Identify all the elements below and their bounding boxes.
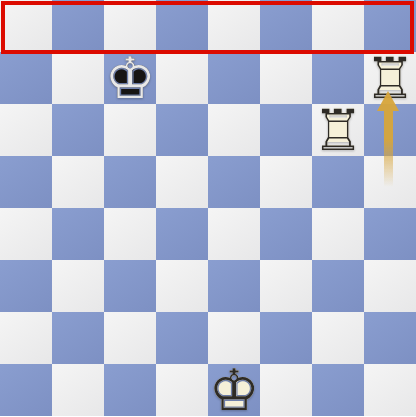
square-a5[interactable]	[0, 156, 52, 208]
square-f1[interactable]	[260, 364, 312, 416]
square-g4[interactable]	[312, 208, 364, 260]
square-b4[interactable]	[52, 208, 104, 260]
square-d4[interactable]	[156, 208, 208, 260]
square-d5[interactable]	[156, 156, 208, 208]
square-c3[interactable]	[104, 260, 156, 312]
white-king[interactable]: ♚♔	[208, 364, 260, 416]
square-f3[interactable]	[260, 260, 312, 312]
square-b3[interactable]	[52, 260, 104, 312]
square-f4[interactable]	[260, 208, 312, 260]
arrow-head-icon	[377, 91, 399, 111]
square-d6[interactable]	[156, 104, 208, 156]
square-b6[interactable]	[52, 104, 104, 156]
square-f6[interactable]	[260, 104, 312, 156]
square-f2[interactable]	[260, 312, 312, 364]
square-a6[interactable]	[0, 104, 52, 156]
square-c1[interactable]	[104, 364, 156, 416]
square-e4[interactable]	[208, 208, 260, 260]
rank-8-highlight-box	[1, 1, 414, 54]
chess-app: ♚♔♜♖♜♖♚♔	[0, 0, 416, 417]
square-h4[interactable]	[364, 208, 416, 260]
square-h1[interactable]	[364, 364, 416, 416]
square-g5[interactable]	[312, 156, 364, 208]
square-a4[interactable]	[0, 208, 52, 260]
square-b7[interactable]	[52, 52, 104, 104]
square-e7[interactable]	[208, 52, 260, 104]
square-h2[interactable]	[364, 312, 416, 364]
square-g2[interactable]	[312, 312, 364, 364]
square-c2[interactable]	[104, 312, 156, 364]
square-d7[interactable]	[156, 52, 208, 104]
square-a3[interactable]	[0, 260, 52, 312]
square-b2[interactable]	[52, 312, 104, 364]
square-c4[interactable]	[104, 208, 156, 260]
black-king-outline-icon: ♔	[104, 52, 156, 104]
square-e1[interactable]: ♚♔	[208, 364, 260, 416]
square-f7[interactable]	[260, 52, 312, 104]
white-rook-outline-icon: ♖	[312, 104, 364, 156]
chess-board: ♚♔♜♖♜♖♚♔	[0, 0, 416, 416]
square-d2[interactable]	[156, 312, 208, 364]
square-e6[interactable]	[208, 104, 260, 156]
square-h3[interactable]	[364, 260, 416, 312]
square-c5[interactable]	[104, 156, 156, 208]
black-king[interactable]: ♚♔	[104, 52, 156, 104]
square-a1[interactable]	[0, 364, 52, 416]
square-c6[interactable]	[104, 104, 156, 156]
square-g6[interactable]: ♜♖	[312, 104, 364, 156]
square-g1[interactable]	[312, 364, 364, 416]
white-rook[interactable]: ♜♖	[312, 104, 364, 156]
square-e5[interactable]	[208, 156, 260, 208]
square-b5[interactable]	[52, 156, 104, 208]
square-a2[interactable]	[0, 312, 52, 364]
white-king-outline-icon: ♔	[208, 364, 260, 416]
square-b1[interactable]	[52, 364, 104, 416]
square-c7[interactable]: ♚♔	[104, 52, 156, 104]
arrow-shaft	[384, 110, 393, 187]
move-arrow	[377, 91, 399, 187]
square-f5[interactable]	[260, 156, 312, 208]
square-a7[interactable]	[0, 52, 52, 104]
square-e3[interactable]	[208, 260, 260, 312]
square-d3[interactable]	[156, 260, 208, 312]
square-d1[interactable]	[156, 364, 208, 416]
square-g3[interactable]	[312, 260, 364, 312]
